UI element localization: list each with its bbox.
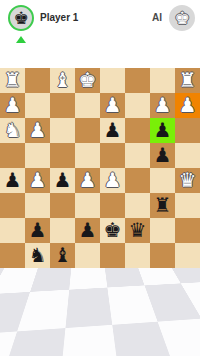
black-pawn: ♟: [29, 218, 47, 243]
white-pawn: ♟: [29, 168, 47, 193]
square-f4[interactable]: [50, 143, 75, 168]
square-f3[interactable]: [50, 118, 75, 143]
square-a8[interactable]: [175, 243, 200, 268]
square-h6[interactable]: [0, 193, 25, 218]
white-pawn: ♟: [179, 93, 197, 118]
square-f8[interactable]: ♝: [50, 243, 75, 268]
square-f5[interactable]: ♟: [50, 168, 75, 193]
top-bar: ♚ Player 1 AI ♚: [0, 0, 200, 68]
player1-avatar[interactable]: ♚: [8, 5, 34, 31]
black-pawn: ♟: [154, 143, 172, 168]
square-g7[interactable]: ♟: [25, 218, 50, 243]
square-h4[interactable]: [0, 143, 25, 168]
black-pawn: ♟: [154, 118, 172, 143]
square-d6[interactable]: [100, 193, 125, 218]
square-c2[interactable]: [125, 93, 150, 118]
square-d5[interactable]: ♟: [100, 168, 125, 193]
white-bishop: ♝: [54, 68, 72, 93]
square-b5[interactable]: [150, 168, 175, 193]
square-a3[interactable]: [175, 118, 200, 143]
black-pawn: ♟: [4, 168, 22, 193]
white-pawn: ♟: [79, 168, 97, 193]
black-rook: ♜: [154, 193, 172, 218]
square-e5[interactable]: ♟: [75, 168, 100, 193]
perspective-board-background: [0, 268, 200, 273]
square-f7[interactable]: [50, 218, 75, 243]
square-d7[interactable]: ♚: [100, 218, 125, 243]
square-c1[interactable]: [125, 68, 150, 93]
white-pawn: ♟: [154, 93, 172, 118]
square-e8[interactable]: [75, 243, 100, 268]
square-e4[interactable]: [75, 143, 100, 168]
square-a5[interactable]: ♛: [175, 168, 200, 193]
square-h2[interactable]: ♟: [0, 93, 25, 118]
black-king-icon: ♚: [13, 10, 28, 27]
square-d1[interactable]: [100, 68, 125, 93]
black-pawn: ♟: [104, 118, 122, 143]
square-d4[interactable]: [100, 143, 125, 168]
square-b3[interactable]: ♟: [150, 118, 175, 143]
white-rook: ♜: [4, 68, 22, 93]
square-f6[interactable]: [50, 193, 75, 218]
square-b1[interactable]: [150, 68, 175, 93]
square-e1[interactable]: ♚: [75, 68, 100, 93]
square-d8[interactable]: [100, 243, 125, 268]
square-g8[interactable]: ♞: [25, 243, 50, 268]
black-bishop: ♝: [54, 243, 72, 268]
square-g6[interactable]: [25, 193, 50, 218]
white-king-icon: ♚: [174, 10, 189, 27]
black-queen: ♛: [129, 218, 147, 243]
white-knight: ♞: [4, 118, 22, 143]
square-c8[interactable]: [125, 243, 150, 268]
player1-name: Player 1: [40, 12, 78, 23]
ai-label: AI: [152, 12, 162, 23]
square-d2[interactable]: ♟: [100, 93, 125, 118]
square-g5[interactable]: ♟: [25, 168, 50, 193]
square-g1[interactable]: [25, 68, 50, 93]
black-knight: ♞: [29, 243, 47, 268]
white-queen: ♛: [179, 168, 197, 193]
square-c4[interactable]: [125, 143, 150, 168]
white-pawn: ♟: [4, 93, 22, 118]
square-b4[interactable]: ♟: [150, 143, 175, 168]
square-h1[interactable]: ♜: [0, 68, 25, 93]
square-c6[interactable]: [125, 193, 150, 218]
square-a7[interactable]: [175, 218, 200, 243]
square-c7[interactable]: ♛: [125, 218, 150, 243]
square-e7[interactable]: ♟: [75, 218, 100, 243]
turn-indicator-icon: [16, 36, 26, 43]
ai-avatar[interactable]: ♚: [169, 5, 195, 31]
white-pawn: ♟: [104, 168, 122, 193]
square-d3[interactable]: ♟: [100, 118, 125, 143]
chess-board: ♜♝♚♜♟♟♟♟♞♟♟♟♟♟♟♟♟♟♛♜♟♟♚♛♞♝: [0, 68, 200, 268]
square-e3[interactable]: [75, 118, 100, 143]
square-a6[interactable]: [175, 193, 200, 218]
square-h7[interactable]: [0, 218, 25, 243]
square-c5[interactable]: [125, 168, 150, 193]
square-h5[interactable]: ♟: [0, 168, 25, 193]
square-f1[interactable]: ♝: [50, 68, 75, 93]
white-pawn: ♟: [29, 118, 47, 143]
square-a2[interactable]: ♟: [175, 93, 200, 118]
square-h8[interactable]: [0, 243, 25, 268]
square-g4[interactable]: [25, 143, 50, 168]
square-b2[interactable]: ♟: [150, 93, 175, 118]
black-pawn: ♟: [79, 218, 97, 243]
white-king: ♚: [79, 68, 97, 93]
square-c3[interactable]: [125, 118, 150, 143]
square-b7[interactable]: [150, 218, 175, 243]
square-b6[interactable]: ♜: [150, 193, 175, 218]
square-g2[interactable]: [25, 93, 50, 118]
white-rook: ♜: [179, 68, 197, 93]
square-h3[interactable]: ♞: [0, 118, 25, 143]
white-pawn: ♟: [104, 93, 122, 118]
square-b8[interactable]: [150, 243, 175, 268]
black-king: ♚: [104, 218, 122, 243]
square-e6[interactable]: [75, 193, 100, 218]
bottom-toolbar: ⌂ Home + New ↺ Undo ⚙ Settings: [0, 268, 200, 356]
square-a4[interactable]: [175, 143, 200, 168]
square-g3[interactable]: ♟: [25, 118, 50, 143]
square-e2[interactable]: [75, 93, 100, 118]
black-pawn: ♟: [54, 168, 72, 193]
square-a1[interactable]: ♜: [175, 68, 200, 93]
square-f2[interactable]: [50, 93, 75, 118]
